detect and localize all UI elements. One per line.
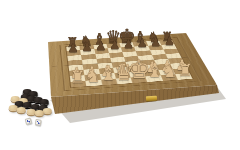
checker-disc-light [35, 110, 44, 116]
product-photo-scene: ♜♞♝♛♚♝♞♜♟♟♟♟♟♟♟♟♟♟♟♟♟♟♟♟♜♞♝♛♚♝♞♜ [0, 0, 240, 150]
checker-disc-light [17, 107, 26, 113]
checker-disc-light [43, 108, 52, 114]
square-d1 [116, 77, 133, 84]
brass-clasp-icon [146, 96, 157, 102]
square-b1 [86, 80, 102, 87]
die [35, 119, 41, 125]
square-a1 [70, 81, 86, 88]
die [25, 118, 32, 125]
square-h1 [175, 73, 193, 80]
square-c1 [101, 78, 118, 85]
